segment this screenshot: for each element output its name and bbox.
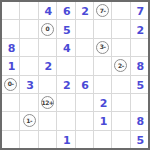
- cell-r4-c8: 8: [131, 57, 148, 74]
- given-digit: 8: [136, 116, 144, 127]
- cell-r3-c3[interactable]: [39, 39, 56, 56]
- cell-r3-c5[interactable]: [76, 39, 93, 56]
- given-digit: 1: [63, 135, 71, 146]
- cell-r3-c2[interactable]: [20, 39, 37, 56]
- given-digit: 5: [63, 25, 71, 36]
- cell-r7-c5[interactable]: [76, 112, 93, 129]
- cell-r6-c4[interactable]: [57, 94, 74, 111]
- cell-r2-c5[interactable]: [76, 20, 93, 37]
- cell-r5-c1: 0-: [2, 76, 19, 93]
- cell-r2-c1[interactable]: [2, 20, 19, 37]
- arithmetic-clue-circle-icon: 0-: [4, 78, 17, 91]
- given-digit: 2: [100, 98, 108, 109]
- cell-r7-c3[interactable]: [39, 112, 56, 129]
- cell-r5-c7[interactable]: [112, 76, 129, 93]
- cell-r7-c4[interactable]: [57, 112, 74, 129]
- given-digit: 4: [45, 6, 53, 17]
- cell-r8-c2[interactable]: [20, 131, 37, 148]
- cell-r4-c7: 2-: [112, 57, 129, 74]
- cell-r6-c6: 2: [94, 94, 111, 111]
- cell-r6-c3: 12+: [39, 94, 56, 111]
- cell-r5-c2: 3: [20, 76, 37, 93]
- arithmetic-clue-circle-icon: 0: [41, 23, 54, 36]
- cell-r2-c3: 0: [39, 20, 56, 37]
- given-digit: 8: [136, 61, 144, 72]
- clue-text: 12+: [42, 100, 54, 106]
- cell-r1-c5: 2: [76, 2, 93, 19]
- cell-r1-c7[interactable]: [112, 2, 129, 19]
- given-digit: 5: [136, 135, 144, 146]
- cell-r8-c8: 5: [131, 131, 148, 148]
- given-digit: 6: [63, 6, 71, 17]
- arithmetic-clue-circle-icon: 2-: [114, 59, 127, 72]
- cell-r1-c2[interactable]: [20, 2, 37, 19]
- given-digit: 1: [100, 116, 108, 127]
- cell-r5-c8: 5: [131, 76, 148, 93]
- given-digit: 8: [8, 43, 16, 54]
- given-digit: 5: [136, 80, 144, 91]
- given-digit: 2: [63, 80, 71, 91]
- cell-r6-c5[interactable]: [76, 94, 93, 111]
- arithmetic-clue-circle-icon: 7-: [96, 4, 109, 17]
- cell-r3-c7[interactable]: [112, 39, 129, 56]
- cell-r5-c3[interactable]: [39, 76, 56, 93]
- given-digit: 2: [45, 61, 53, 72]
- given-digit: 7: [136, 6, 144, 17]
- cell-r6-c8[interactable]: [131, 94, 148, 111]
- cell-r8-c5[interactable]: [76, 131, 93, 148]
- cell-r7-c1[interactable]: [2, 112, 19, 129]
- cell-r3-c8[interactable]: [131, 39, 148, 56]
- clue-text: 0: [46, 26, 50, 32]
- cell-r2-c4: 5: [57, 20, 74, 37]
- cell-r3-c4: 4: [57, 39, 74, 56]
- clue-text: 2-: [118, 63, 124, 69]
- cell-r2-c6[interactable]: [94, 20, 111, 37]
- cell-r7-c2: 1-: [20, 112, 37, 129]
- cell-r4-c6[interactable]: [94, 57, 111, 74]
- cell-r5-c5: 6: [76, 76, 93, 93]
- cell-r7-c8: 8: [131, 112, 148, 129]
- cell-r2-c8: 2: [131, 20, 148, 37]
- clue-text: 1-: [26, 118, 32, 124]
- given-digit: 2: [81, 6, 89, 17]
- cell-r4-c3: 2: [39, 57, 56, 74]
- clue-text: 3-: [100, 44, 106, 50]
- cell-r3-c1: 8: [2, 39, 19, 56]
- cell-r4-c2[interactable]: [20, 57, 37, 74]
- cell-r8-c3[interactable]: [39, 131, 56, 148]
- given-digit: 6: [81, 80, 89, 91]
- cell-r8-c6[interactable]: [94, 131, 111, 148]
- cell-r5-c6[interactable]: [94, 76, 111, 93]
- cell-r4-c4[interactable]: [57, 57, 74, 74]
- arithmetic-clue-circle-icon: 12+: [41, 96, 54, 109]
- cell-r5-c4: 2: [57, 76, 74, 93]
- cell-r8-c4: 1: [57, 131, 74, 148]
- puzzle-board: 4627-7052843-122-80-326512+21-1815: [0, 0, 150, 150]
- given-digit: 4: [63, 43, 71, 54]
- cell-r1-c4: 6: [57, 2, 74, 19]
- cell-r6-c7[interactable]: [112, 94, 129, 111]
- puzzle-screenshot: 4627-7052843-122-80-326512+21-1815: [0, 0, 150, 150]
- cell-r1-c1[interactable]: [2, 2, 19, 19]
- cell-r8-c1[interactable]: [2, 131, 19, 148]
- arithmetic-clue-circle-icon: 3-: [96, 41, 109, 54]
- cell-r7-c6: 1: [94, 112, 111, 129]
- cell-r6-c1[interactable]: [2, 94, 19, 111]
- clue-text: 0-: [8, 81, 14, 87]
- arithmetic-clue-circle-icon: 1-: [23, 114, 36, 127]
- clue-text: 7-: [100, 8, 106, 14]
- given-digit: 3: [26, 80, 34, 91]
- given-digit: 1: [8, 61, 16, 72]
- cell-r4-c5[interactable]: [76, 57, 93, 74]
- cell-r1-c8: 7: [131, 2, 148, 19]
- given-digit: 2: [136, 25, 144, 36]
- cell-r2-c7[interactable]: [112, 20, 129, 37]
- cell-r2-c2[interactable]: [20, 20, 37, 37]
- cell-r8-c7[interactable]: [112, 131, 129, 148]
- cell-r6-c2[interactable]: [20, 94, 37, 111]
- cell-r1-c6: 7-: [94, 2, 111, 19]
- cell-r4-c1: 1: [2, 57, 19, 74]
- cell-r7-c7[interactable]: [112, 112, 129, 129]
- cell-r3-c6: 3-: [94, 39, 111, 56]
- cell-r1-c3: 4: [39, 2, 56, 19]
